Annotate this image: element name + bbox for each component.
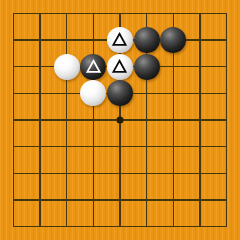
- board-point-E2[interactable]: [107, 187, 134, 214]
- board-point-G7[interactable]: [160, 53, 187, 80]
- grid-line-vertical: [199, 213, 200, 226]
- board-point-E8[interactable]: [107, 27, 134, 54]
- grid-line-horizontal: [107, 173, 134, 174]
- star-point: [116, 116, 123, 123]
- grid-line-horizontal: [13, 13, 26, 14]
- grid-line-horizontal: [187, 39, 214, 40]
- grid-line-horizontal: [27, 199, 54, 200]
- board-point-F1[interactable]: [133, 213, 160, 240]
- board-point-A1[interactable]: [0, 213, 27, 240]
- board-point-E3[interactable]: [107, 160, 134, 187]
- grid-line-horizontal: [187, 119, 214, 120]
- board-point-H6[interactable]: [187, 80, 214, 107]
- board-point-D7[interactable]: [80, 53, 107, 80]
- board-point-A8[interactable]: [0, 27, 27, 54]
- triangle-mark-icon: [111, 58, 128, 75]
- board-point-D2[interactable]: [80, 187, 107, 214]
- board-point-D9[interactable]: [80, 0, 107, 27]
- board-point-J2[interactable]: [213, 187, 240, 214]
- grid-line-horizontal: [160, 13, 187, 14]
- grid-line-horizontal: [13, 93, 26, 94]
- board-point-C6[interactable]: [53, 80, 80, 107]
- grid-line-horizontal: [133, 13, 160, 14]
- board-point-C5[interactable]: [53, 107, 80, 134]
- grid-line-horizontal: [13, 119, 26, 120]
- grid-line-horizontal: [133, 93, 160, 94]
- board-point-D6[interactable]: [80, 80, 107, 107]
- triangle-mark-icon: [85, 58, 102, 75]
- grid-line-horizontal: [27, 119, 54, 120]
- grid-line-horizontal: [13, 146, 26, 147]
- board-point-C1[interactable]: [53, 213, 80, 240]
- grid-line-horizontal: [213, 119, 226, 120]
- black-stone: [134, 54, 160, 80]
- grid-line-vertical: [93, 13, 94, 26]
- board-point-A6[interactable]: [0, 80, 27, 107]
- grid-line-horizontal: [133, 119, 160, 120]
- board-point-H7[interactable]: [187, 53, 214, 80]
- board-point-B3[interactable]: [27, 160, 54, 187]
- black-stone: [160, 27, 186, 53]
- grid-line-horizontal: [80, 226, 107, 227]
- grid-line-horizontal: [53, 199, 80, 200]
- grid-line-horizontal: [27, 146, 54, 147]
- grid-line-horizontal: [213, 66, 226, 67]
- board-point-J4[interactable]: [213, 133, 240, 160]
- grid-line-horizontal: [160, 66, 187, 67]
- grid-line-horizontal: [213, 226, 226, 227]
- grid-line-horizontal: [107, 13, 134, 14]
- grid-line-horizontal: [213, 146, 226, 147]
- board-point-E5[interactable]: [107, 107, 134, 134]
- grid-line-horizontal: [53, 13, 80, 14]
- board-point-E9[interactable]: [107, 0, 134, 27]
- black-stone: [107, 80, 133, 106]
- board-point-A9[interactable]: [0, 0, 27, 27]
- board-point-F5[interactable]: [133, 107, 160, 134]
- grid-line-horizontal: [187, 93, 214, 94]
- board-point-J5[interactable]: [213, 107, 240, 134]
- board-point-H9[interactable]: [187, 0, 214, 27]
- grid-line-vertical: [173, 13, 174, 26]
- grid-line-horizontal: [27, 93, 54, 94]
- grid-line-horizontal: [160, 199, 187, 200]
- grid-line-vertical: [226, 213, 227, 226]
- board-point-F3[interactable]: [133, 160, 160, 187]
- board-point-D5[interactable]: [80, 107, 107, 134]
- grid-line-horizontal: [80, 173, 107, 174]
- board-point-G2[interactable]: [160, 187, 187, 214]
- grid-line-vertical: [146, 13, 147, 26]
- grid-line-horizontal: [53, 146, 80, 147]
- board-point-F6[interactable]: [133, 80, 160, 107]
- triangle-mark-icon: [111, 31, 128, 48]
- grid-line-horizontal: [13, 226, 26, 227]
- grid-line-horizontal: [187, 226, 214, 227]
- grid-line-vertical: [199, 13, 200, 26]
- board-point-H2[interactable]: [187, 187, 214, 214]
- board-point-D8[interactable]: [80, 27, 107, 54]
- board-point-C3[interactable]: [53, 160, 80, 187]
- board-point-C4[interactable]: [53, 133, 80, 160]
- grid-line-horizontal: [27, 226, 54, 227]
- grid-line-horizontal: [187, 199, 214, 200]
- grid-line-horizontal: [53, 173, 80, 174]
- grid-line-horizontal: [213, 39, 226, 40]
- board-point-F8[interactable]: [133, 27, 160, 54]
- board-point-D1[interactable]: [80, 213, 107, 240]
- grid-line-horizontal: [80, 119, 107, 120]
- board-point-E7[interactable]: [107, 53, 134, 80]
- white-stone: [54, 54, 80, 80]
- grid-line-vertical: [13, 213, 14, 226]
- board-point-D4[interactable]: [80, 133, 107, 160]
- grid-line-horizontal: [160, 119, 187, 120]
- board-point-E1[interactable]: [107, 213, 134, 240]
- grid-line-horizontal: [133, 173, 160, 174]
- board-point-E6[interactable]: [107, 80, 134, 107]
- grid-line-vertical: [226, 13, 227, 26]
- grid-line-horizontal: [53, 226, 80, 227]
- board-point-B7[interactable]: [27, 53, 54, 80]
- board-point-A2[interactable]: [0, 187, 27, 214]
- board-point-B4[interactable]: [27, 133, 54, 160]
- grid-line-horizontal: [13, 173, 26, 174]
- grid-line-horizontal: [13, 39, 26, 40]
- grid-line-horizontal: [213, 199, 226, 200]
- grid-line-horizontal: [187, 13, 214, 14]
- board-point-J8[interactable]: [213, 27, 240, 54]
- grid-line-horizontal: [80, 199, 107, 200]
- board-point-D3[interactable]: [80, 160, 107, 187]
- board-point-E4[interactable]: [107, 133, 134, 160]
- grid-line-horizontal: [187, 173, 214, 174]
- grid-line-horizontal: [80, 39, 107, 40]
- black-stone: [80, 54, 106, 80]
- board-point-G3[interactable]: [160, 160, 187, 187]
- board-point-F2[interactable]: [133, 187, 160, 214]
- grid-line-horizontal: [160, 226, 187, 227]
- grid-line-vertical: [13, 13, 14, 26]
- grid-line-horizontal: [133, 226, 160, 227]
- grid-line-vertical: [173, 213, 174, 226]
- board-point-G4[interactable]: [160, 133, 187, 160]
- grid-line-horizontal: [187, 66, 214, 67]
- board-point-B1[interactable]: [27, 213, 54, 240]
- board-point-B6[interactable]: [27, 80, 54, 107]
- grid-line-horizontal: [133, 199, 160, 200]
- board-point-B8[interactable]: [27, 27, 54, 54]
- grid-line-horizontal: [27, 13, 54, 14]
- board-point-H3[interactable]: [187, 160, 214, 187]
- board-point-A5[interactable]: [0, 107, 27, 134]
- board-point-H5[interactable]: [187, 107, 214, 134]
- grid-line-vertical: [93, 213, 94, 226]
- grid-line-vertical: [39, 213, 40, 226]
- grid-line-vertical: [146, 213, 147, 226]
- grid-line-horizontal: [213, 173, 226, 174]
- board-point-A3[interactable]: [0, 160, 27, 187]
- grid-line-horizontal: [187, 146, 214, 147]
- board-point-H8[interactable]: [187, 27, 214, 54]
- grid-line-vertical: [66, 13, 67, 26]
- grid-line-horizontal: [80, 146, 107, 147]
- grid-line-horizontal: [53, 93, 80, 94]
- grid-line-horizontal: [13, 66, 26, 67]
- grid-line-horizontal: [27, 39, 54, 40]
- white-stone: [107, 54, 133, 80]
- board-point-J3[interactable]: [213, 160, 240, 187]
- grid-line-horizontal: [213, 93, 226, 94]
- grid-line-horizontal: [160, 93, 187, 94]
- board-point-B2[interactable]: [27, 187, 54, 214]
- grid-line-horizontal: [160, 146, 187, 147]
- board-point-H4[interactable]: [187, 133, 214, 160]
- grid-line-vertical: [119, 213, 120, 226]
- grid-line-horizontal: [133, 146, 160, 147]
- board-point-J6[interactable]: [213, 80, 240, 107]
- board-point-C9[interactable]: [53, 0, 80, 27]
- board-point-F4[interactable]: [133, 133, 160, 160]
- grid-line-horizontal: [160, 173, 187, 174]
- board-point-J9[interactable]: [213, 0, 240, 27]
- black-stone: [134, 27, 160, 53]
- board-point-G1[interactable]: [160, 213, 187, 240]
- grid-line-horizontal: [53, 119, 80, 120]
- grid-line-horizontal: [213, 13, 226, 14]
- board-point-G6[interactable]: [160, 80, 187, 107]
- grid-line-horizontal: [53, 39, 80, 40]
- board-point-B9[interactable]: [27, 0, 54, 27]
- white-stone: [107, 27, 133, 53]
- white-stone: [80, 80, 106, 106]
- board-point-G5[interactable]: [160, 107, 187, 134]
- board-point-C7[interactable]: [53, 53, 80, 80]
- go-board: [0, 0, 240, 240]
- board-point-J1[interactable]: [213, 213, 240, 240]
- board-point-B5[interactable]: [27, 107, 54, 134]
- grid-line-horizontal: [107, 146, 134, 147]
- board-point-C2[interactable]: [53, 187, 80, 214]
- grid-line-horizontal: [27, 66, 54, 67]
- board-point-C8[interactable]: [53, 27, 80, 54]
- board-point-J7[interactable]: [213, 53, 240, 80]
- grid-line-horizontal: [27, 173, 54, 174]
- board-point-H1[interactable]: [187, 213, 214, 240]
- grid-line-horizontal: [107, 199, 134, 200]
- grid-line-horizontal: [80, 13, 107, 14]
- grid-line-vertical: [66, 213, 67, 226]
- grid-line-vertical: [119, 13, 120, 26]
- board-point-F9[interactable]: [133, 0, 160, 27]
- grid-line-vertical: [39, 13, 40, 26]
- board-point-G9[interactable]: [160, 0, 187, 27]
- board-point-F7[interactable]: [133, 53, 160, 80]
- grid-line-horizontal: [13, 199, 26, 200]
- board-point-A4[interactable]: [0, 133, 27, 160]
- board-point-A7[interactable]: [0, 53, 27, 80]
- board-point-G8[interactable]: [160, 27, 187, 54]
- grid-line-horizontal: [107, 226, 134, 227]
